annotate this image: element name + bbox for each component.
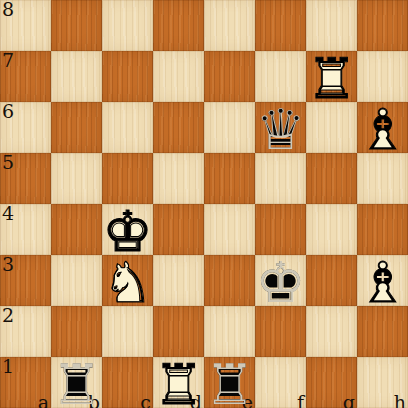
- square-a5[interactable]: 5: [0, 153, 51, 204]
- square-c2[interactable]: [102, 306, 153, 357]
- square-c6[interactable]: [102, 102, 153, 153]
- white-rook-d1[interactable]: ♜♖: [153, 357, 204, 408]
- square-h7[interactable]: [357, 51, 408, 102]
- square-a2[interactable]: 2: [0, 306, 51, 357]
- square-a4[interactable]: 4: [0, 204, 51, 255]
- square-b1[interactable]: b♜♖: [51, 357, 102, 408]
- square-h6[interactable]: ♝♗: [357, 102, 408, 153]
- rook-icon: ♜: [306, 51, 356, 107]
- square-g6[interactable]: [306, 102, 357, 153]
- rank-label-8: 8: [2, 0, 14, 19]
- square-c8[interactable]: [102, 0, 153, 51]
- square-f5[interactable]: [255, 153, 306, 204]
- rook-icon: ♜: [204, 357, 254, 408]
- square-g7[interactable]: ♜♖: [306, 51, 357, 102]
- square-b6[interactable]: [51, 102, 102, 153]
- square-e7[interactable]: [204, 51, 255, 102]
- square-b5[interactable]: [51, 153, 102, 204]
- rook-icon: ♜: [51, 357, 101, 408]
- square-h5[interactable]: [357, 153, 408, 204]
- rank-label-4: 4: [2, 204, 14, 223]
- rank-label-6: 6: [2, 102, 14, 121]
- square-b7[interactable]: [51, 51, 102, 102]
- rank-label-2: 2: [2, 306, 14, 325]
- square-d3[interactable]: [153, 255, 204, 306]
- square-h8[interactable]: [357, 0, 408, 51]
- square-b8[interactable]: [51, 0, 102, 51]
- square-a1[interactable]: 1a: [0, 357, 51, 408]
- square-e3[interactable]: [204, 255, 255, 306]
- black-queen-f6[interactable]: ♛♕: [255, 102, 306, 153]
- square-c1[interactable]: c: [102, 357, 153, 408]
- square-a8[interactable]: 8: [0, 0, 51, 51]
- square-a3[interactable]: 3: [0, 255, 51, 306]
- square-f2[interactable]: [255, 306, 306, 357]
- king-outline-icon: ♔: [102, 204, 152, 260]
- square-g2[interactable]: [306, 306, 357, 357]
- rook-outline-icon: ♖: [51, 357, 101, 408]
- square-d4[interactable]: [153, 204, 204, 255]
- square-g8[interactable]: [306, 0, 357, 51]
- bishop-outline-icon: ♗: [357, 255, 407, 311]
- rook-outline-icon: ♖: [306, 51, 356, 107]
- square-h1[interactable]: h: [357, 357, 408, 408]
- square-f4[interactable]: [255, 204, 306, 255]
- rank-label-3: 3: [2, 255, 14, 274]
- file-label-h: h: [394, 393, 406, 408]
- white-king-c4[interactable]: ♚♔: [102, 204, 153, 255]
- king-icon: ♚: [102, 204, 152, 260]
- black-rook-e1[interactable]: ♜♖: [204, 357, 255, 408]
- square-g4[interactable]: [306, 204, 357, 255]
- white-knight-c3[interactable]: ♞♘: [102, 255, 153, 306]
- king-outline-icon: ♔: [255, 255, 305, 311]
- square-e5[interactable]: [204, 153, 255, 204]
- file-label-c: c: [140, 393, 151, 408]
- rank-label-1: 1: [2, 357, 14, 376]
- square-e6[interactable]: [204, 102, 255, 153]
- file-label-g: g: [343, 393, 355, 408]
- square-d2[interactable]: [153, 306, 204, 357]
- queen-outline-icon: ♕: [255, 102, 305, 158]
- square-f3[interactable]: ♚♔: [255, 255, 306, 306]
- white-bishop-h3[interactable]: ♝♗: [357, 255, 408, 306]
- rank-label-7: 7: [2, 51, 14, 70]
- square-c5[interactable]: [102, 153, 153, 204]
- square-d6[interactable]: [153, 102, 204, 153]
- square-g1[interactable]: g: [306, 357, 357, 408]
- white-rook-g7[interactable]: ♜♖: [306, 51, 357, 102]
- square-e4[interactable]: [204, 204, 255, 255]
- black-king-f3[interactable]: ♚♔: [255, 255, 306, 306]
- knight-icon: ♞: [102, 255, 152, 311]
- square-c4[interactable]: ♚♔: [102, 204, 153, 255]
- bishop-icon: ♝: [357, 102, 407, 158]
- square-b3[interactable]: [51, 255, 102, 306]
- square-b4[interactable]: [51, 204, 102, 255]
- square-g5[interactable]: [306, 153, 357, 204]
- square-f6[interactable]: ♛♕: [255, 102, 306, 153]
- square-h2[interactable]: [357, 306, 408, 357]
- file-label-a: a: [38, 393, 49, 408]
- square-e2[interactable]: [204, 306, 255, 357]
- square-h4[interactable]: [357, 204, 408, 255]
- square-b2[interactable]: [51, 306, 102, 357]
- square-a6[interactable]: 6: [0, 102, 51, 153]
- rank-label-5: 5: [2, 153, 14, 172]
- king-icon: ♚: [255, 255, 305, 311]
- rook-icon: ♜: [153, 357, 203, 408]
- black-rook-b1[interactable]: ♜♖: [51, 357, 102, 408]
- chess-board: 87♜♖6♛♕♝♗54♚♔3♞♘♚♔♝♗21ab♜♖cd♜♖e♜♖fgh: [0, 0, 408, 408]
- square-d8[interactable]: [153, 0, 204, 51]
- square-f1[interactable]: f: [255, 357, 306, 408]
- white-bishop-h6[interactable]: ♝♗: [357, 102, 408, 153]
- square-g3[interactable]: [306, 255, 357, 306]
- square-d7[interactable]: [153, 51, 204, 102]
- square-d1[interactable]: d♜♖: [153, 357, 204, 408]
- square-c3[interactable]: ♞♘: [102, 255, 153, 306]
- square-f7[interactable]: [255, 51, 306, 102]
- bishop-outline-icon: ♗: [357, 102, 407, 158]
- square-c7[interactable]: [102, 51, 153, 102]
- square-d5[interactable]: [153, 153, 204, 204]
- knight-outline-icon: ♘: [102, 255, 152, 311]
- square-a7[interactable]: 7: [0, 51, 51, 102]
- file-label-f: f: [297, 393, 304, 408]
- rook-outline-icon: ♖: [204, 357, 254, 408]
- square-e8[interactable]: [204, 0, 255, 51]
- bishop-icon: ♝: [357, 255, 407, 311]
- square-f8[interactable]: [255, 0, 306, 51]
- queen-icon: ♛: [255, 102, 305, 158]
- rook-outline-icon: ♖: [153, 357, 203, 408]
- square-h3[interactable]: ♝♗: [357, 255, 408, 306]
- square-e1[interactable]: e♜♖: [204, 357, 255, 408]
